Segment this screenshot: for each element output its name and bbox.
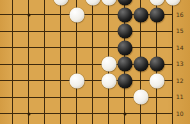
grid-vline [44, 0, 45, 124]
white-stone-P13 [101, 57, 116, 72]
star-point [123, 112, 126, 115]
row-label-14: 14 [176, 44, 190, 52]
grid-hline [0, 80, 172, 81]
grid-vline [60, 0, 61, 124]
row-label-15: 15 [176, 27, 190, 35]
black-stone-R13 [133, 57, 148, 72]
grid-vline [172, 0, 173, 124]
white-stone-T17 [165, 0, 180, 6]
white-stone-R11 [133, 90, 148, 105]
white-stone-O17 [85, 0, 100, 6]
white-stone-P17 [101, 0, 116, 6]
black-stone-Q16 [117, 7, 132, 22]
grid-hline [0, 113, 172, 114]
row-label-16: 16 [176, 11, 190, 19]
white-stone-S12 [149, 73, 164, 88]
black-stone-Q13 [117, 57, 132, 72]
row-label-12: 12 [176, 77, 190, 85]
white-stone-P12 [101, 73, 116, 88]
grid-vline [28, 0, 29, 124]
grid-vline [12, 0, 13, 124]
row-label-13: 13 [176, 60, 190, 68]
white-stone-N16 [69, 7, 84, 22]
black-stone-R16 [133, 7, 148, 22]
grid-hline [0, 47, 172, 48]
grid-vline [92, 0, 93, 124]
go-board[interactable]: 16151413121110 [0, 0, 190, 124]
black-stone-Q12 [117, 73, 132, 88]
white-stone-M17 [53, 0, 68, 6]
grid-hline [0, 31, 172, 32]
row-label-10: 10 [176, 110, 190, 118]
black-stone-S16 [149, 7, 164, 22]
white-stone-S17 [149, 0, 164, 6]
black-stone-Q15 [117, 24, 132, 39]
white-stone-N12 [69, 73, 84, 88]
star-point [27, 112, 30, 115]
star-point [27, 13, 30, 16]
black-stone-Q17 [117, 0, 132, 6]
row-label-11: 11 [176, 93, 190, 101]
black-stone-S13 [149, 57, 164, 72]
black-stone-Q14 [117, 40, 132, 55]
